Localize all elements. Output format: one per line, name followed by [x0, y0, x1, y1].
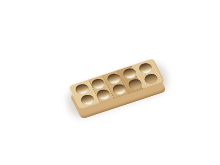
photo-scene — [0, 0, 220, 165]
pit-r2-c2[interactable] — [95, 88, 112, 101]
pit-r2-c1[interactable] — [79, 93, 96, 106]
pit-r2-c3[interactable] — [111, 83, 128, 96]
pit-r2-c5[interactable] — [143, 72, 160, 85]
pit-r2-c4[interactable] — [127, 78, 144, 91]
